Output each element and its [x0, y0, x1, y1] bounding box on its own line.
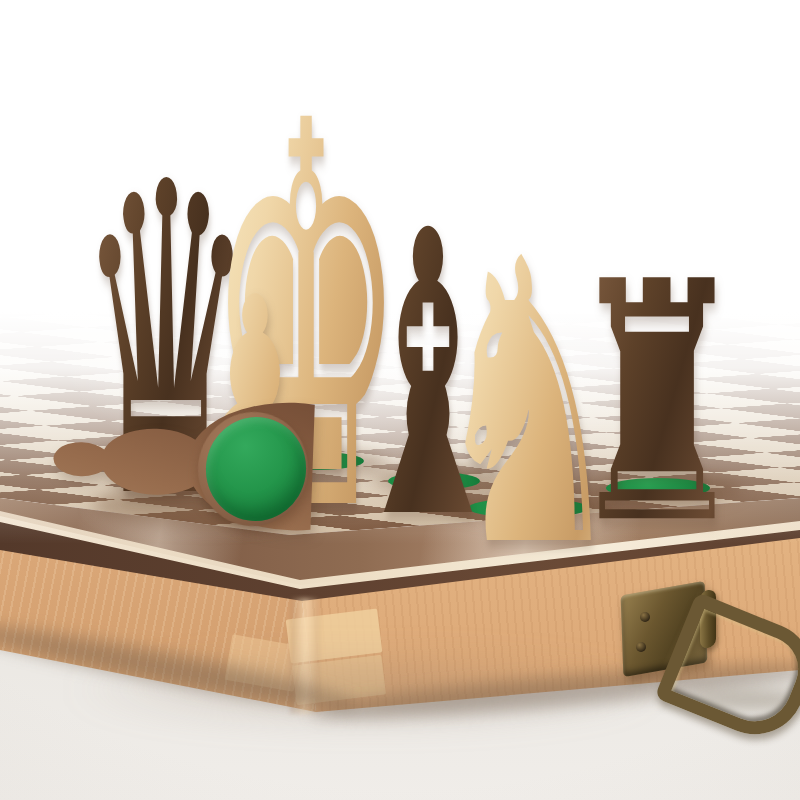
latch-screw — [636, 642, 646, 652]
chess-set-photo: ♛ ♚ ♟ ♝ ♜ ♞ ♟ — [0, 0, 800, 800]
fallen-pawn-glyph: ♟ — [9, 361, 370, 564]
piece-light-knight: ♞ — [430, 208, 627, 600]
latch-screw — [640, 612, 650, 622]
knight-glyph: ♞ — [430, 176, 627, 632]
